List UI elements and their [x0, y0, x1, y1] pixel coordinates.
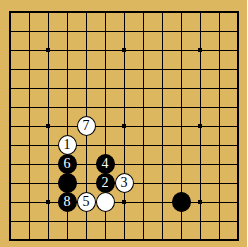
- hoshi-cell: [191, 117, 210, 136]
- stone-black: [58, 173, 77, 193]
- stone-white-1: 1: [58, 135, 77, 155]
- stone-black: [172, 192, 191, 212]
- stone-white: [96, 192, 115, 212]
- board-intersection: 7: [77, 117, 96, 136]
- go-diagram: 71684235: [0, 0, 247, 247]
- hoshi-cell: [115, 193, 134, 212]
- hoshi-point: [46, 48, 50, 52]
- board-intersection: [96, 193, 115, 212]
- go-board: 71684235: [1, 3, 248, 247]
- board-intersection: 6: [58, 155, 77, 174]
- hoshi-point: [198, 200, 202, 204]
- board-intersection: 2: [96, 174, 115, 193]
- move-number-label: 5: [83, 195, 90, 209]
- hoshi-cell: [115, 117, 134, 136]
- board-intersection: [172, 193, 191, 212]
- hoshi-cell: [39, 117, 58, 136]
- hoshi-point: [46, 124, 50, 128]
- move-number-label: 6: [64, 157, 71, 171]
- stone-white-7: 7: [77, 116, 96, 136]
- hoshi-cell: [115, 41, 134, 60]
- hoshi-cell: [39, 193, 58, 212]
- hoshi-cell: [191, 41, 210, 60]
- hoshi-point: [122, 124, 126, 128]
- hoshi-point: [46, 200, 50, 204]
- hoshi-cell: [39, 41, 58, 60]
- board-intersection: 8: [58, 193, 77, 212]
- board-intersection: 1: [58, 136, 77, 155]
- hoshi-point: [198, 124, 202, 128]
- move-number-label: 4: [102, 157, 109, 171]
- move-number-label: 8: [64, 195, 71, 209]
- stone-black-2: 2: [96, 173, 115, 193]
- stone-white-5: 5: [77, 192, 96, 212]
- hoshi-cell: [191, 193, 210, 212]
- move-number-label: 7: [83, 119, 90, 133]
- hoshi-point: [122, 200, 126, 204]
- board-intersection: 5: [77, 193, 96, 212]
- stone-black-6: 6: [58, 154, 77, 174]
- move-number-label: 3: [121, 176, 128, 190]
- board-intersection: 4: [96, 155, 115, 174]
- board-intersection: 3: [115, 174, 134, 193]
- board-intersection: [58, 174, 77, 193]
- stone-black-4: 4: [96, 154, 115, 174]
- move-number-label: 1: [64, 138, 71, 152]
- move-number-label: 2: [102, 176, 109, 190]
- stone-white-3: 3: [115, 173, 134, 193]
- stone-black-8: 8: [58, 192, 77, 212]
- hoshi-point: [122, 48, 126, 52]
- hoshi-point: [198, 48, 202, 52]
